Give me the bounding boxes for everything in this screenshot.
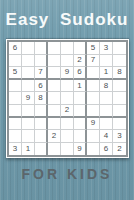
sudoku-cell [35,118,48,131]
sudoku-cell [22,118,35,131]
sudoku-cell [35,55,48,68]
sudoku-panel: 65327579618618982924331962 [6,39,129,158]
sudoku-cell: 7 [35,67,48,80]
sudoku-cell: 6 [74,67,87,80]
sudoku-cell [61,130,74,143]
book-cover: Easy Sudoku 65327579618618982924331962 F… [0,0,134,200]
sudoku-cell [74,118,87,131]
sudoku-cell: 6 [9,42,22,55]
sudoku-cell [113,118,126,131]
sudoku-cell [9,55,22,68]
sudoku-cell: 5 [9,67,22,80]
sudoku-cell: 8 [113,67,126,80]
sudoku-cell [113,55,126,68]
sudoku-cell [100,55,113,68]
sudoku-cell: 1 [74,80,87,93]
sudoku-cell [113,92,126,105]
sudoku-cell [61,118,74,131]
sudoku-cell [48,143,61,156]
sudoku-cell [61,42,74,55]
sudoku-cell: 9 [87,118,100,131]
sudoku-cell: 6 [35,80,48,93]
sudoku-cell [22,55,35,68]
sudoku-cell [61,80,74,93]
sudoku-cell [22,130,35,143]
sudoku-cell [48,42,61,55]
sudoku-cell [100,92,113,105]
sudoku-cell [22,42,35,55]
sudoku-cell: 2 [61,105,74,118]
sudoku-cell [100,105,113,118]
sudoku-cell [74,42,87,55]
sudoku-cell [87,92,100,105]
sudoku-cell: 7 [87,55,100,68]
sudoku-cell [48,55,61,68]
sudoku-cell [22,105,35,118]
sudoku-cell [61,55,74,68]
sudoku-cell [74,105,87,118]
sudoku-cell: 3 [100,42,113,55]
sudoku-cell: 8 [35,92,48,105]
sudoku-cell: 1 [22,143,35,156]
sudoku-cell [9,130,22,143]
sudoku-cell: 3 [113,130,126,143]
cover-title: Easy Sudoku [0,10,134,30]
sudoku-cell [35,130,48,143]
sudoku-cell: 5 [87,42,100,55]
sudoku-cell [87,143,100,156]
sudoku-cell [35,143,48,156]
sudoku-cell: 4 [100,130,113,143]
sudoku-cell [100,118,113,131]
sudoku-cell [74,92,87,105]
sudoku-cell: 3 [9,143,22,156]
sudoku-cell [87,80,100,93]
sudoku-cell [87,67,100,80]
sudoku-cell [22,67,35,80]
sudoku-cell [113,42,126,55]
sudoku-cell [48,80,61,93]
sudoku-cell: 1 [100,67,113,80]
sudoku-cell: 2 [113,143,126,156]
sudoku-cell [9,92,22,105]
sudoku-cell: 9 [61,67,74,80]
cover-subtitle: FOR KIDS [0,166,134,182]
sudoku-cell [61,143,74,156]
sudoku-cell [113,105,126,118]
sudoku-cell [61,92,74,105]
sudoku-cell [35,42,48,55]
sudoku-cell [87,130,100,143]
sudoku-cell [74,130,87,143]
sudoku-cell: 9 [22,92,35,105]
sudoku-cell: 9 [74,143,87,156]
sudoku-cell [48,118,61,131]
sudoku-cell [87,105,100,118]
sudoku-cell [9,80,22,93]
sudoku-cell [48,92,61,105]
sudoku-cell [9,118,22,131]
sudoku-cell [9,105,22,118]
sudoku-cell [22,80,35,93]
sudoku-cell: 6 [100,143,113,156]
sudoku-cell: 2 [48,130,61,143]
sudoku-cell [35,105,48,118]
sudoku-grid: 65327579618618982924331962 [7,40,128,157]
sudoku-cell [113,80,126,93]
sudoku-cell: 8 [100,80,113,93]
sudoku-cell [48,67,61,80]
sudoku-cell [48,105,61,118]
sudoku-cell: 2 [74,55,87,68]
